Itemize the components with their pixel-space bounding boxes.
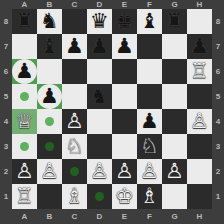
square-e4[interactable] xyxy=(112,109,137,134)
chess-board: ♜♞♛♚♝♜♝♟♟♟♟♟♖♟♞♕♙♟♙♘♘♙♙♙♙♙♙♖♗♔♗ xyxy=(12,9,212,209)
file-label-b: B xyxy=(37,209,62,224)
rank-label-3: 3 xyxy=(212,134,224,159)
rank-label-4: 4 xyxy=(0,109,12,134)
piece-black-pawn[interactable]: ♟ xyxy=(137,109,162,134)
square-a5[interactable] xyxy=(12,84,37,109)
piece-white-pawn[interactable]: ♙ xyxy=(112,159,137,184)
piece-black-pawn[interactable]: ♟ xyxy=(37,84,62,109)
square-d4[interactable] xyxy=(87,109,112,134)
square-d2[interactable]: ♙ xyxy=(87,159,112,184)
square-f5[interactable] xyxy=(137,84,162,109)
rank-labels-left: 87654321 xyxy=(0,9,12,209)
piece-black-knight[interactable]: ♞ xyxy=(37,9,62,34)
rank-label-1: 1 xyxy=(0,184,12,209)
piece-black-pawn[interactable]: ♟ xyxy=(62,34,87,59)
square-g4[interactable] xyxy=(162,109,187,134)
rank-label-8: 8 xyxy=(212,9,224,34)
square-b1[interactable] xyxy=(37,184,62,209)
square-g3[interactable] xyxy=(162,134,187,159)
legal-move-dot xyxy=(20,92,29,101)
square-d5[interactable]: ♞ xyxy=(87,84,112,109)
square-e8[interactable]: ♚ xyxy=(112,9,137,34)
square-b5[interactable]: ♟ xyxy=(37,84,62,109)
square-f8[interactable]: ♝ xyxy=(137,9,162,34)
square-c6[interactable] xyxy=(62,59,87,84)
file-label-a: A xyxy=(12,209,37,224)
square-b4[interactable] xyxy=(37,109,62,134)
legal-move-dot xyxy=(45,142,54,151)
square-e2[interactable]: ♙ xyxy=(112,159,137,184)
file-labels-bottom: ABCDEFGH xyxy=(12,209,212,224)
piece-white-pawn[interactable]: ♙ xyxy=(137,159,162,184)
square-h2[interactable] xyxy=(187,159,212,184)
piece-white-queen[interactable]: ♕ xyxy=(12,109,37,134)
piece-white-bishop[interactable]: ♗ xyxy=(137,184,162,209)
piece-white-pawn[interactable]: ♙ xyxy=(37,159,62,184)
square-a7[interactable] xyxy=(12,34,37,59)
square-a6[interactable]: ♟ xyxy=(12,59,37,84)
piece-white-bishop[interactable]: ♗ xyxy=(62,184,87,209)
square-h8[interactable] xyxy=(187,9,212,34)
piece-black-pawn[interactable]: ♟ xyxy=(112,34,137,59)
square-f1[interactable]: ♗ xyxy=(137,184,162,209)
square-f4[interactable]: ♟ xyxy=(137,109,162,134)
piece-black-knight[interactable]: ♞ xyxy=(87,84,112,109)
square-e1[interactable]: ♔ xyxy=(112,184,137,209)
square-g1[interactable] xyxy=(162,184,187,209)
square-f7[interactable] xyxy=(137,34,162,59)
square-d1[interactable] xyxy=(87,184,112,209)
piece-white-knight[interactable]: ♘ xyxy=(62,134,87,159)
square-c4[interactable]: ♙ xyxy=(62,109,87,134)
file-label-c: C xyxy=(62,0,87,9)
file-label-g: G xyxy=(162,0,187,9)
square-h3[interactable] xyxy=(187,134,212,159)
piece-white-knight[interactable]: ♘ xyxy=(137,134,162,159)
piece-white-pawn[interactable]: ♙ xyxy=(162,159,187,184)
square-d7[interactable]: ♟ xyxy=(87,34,112,59)
square-e3[interactable] xyxy=(112,134,137,159)
piece-black-pawn[interactable]: ♟ xyxy=(187,34,212,59)
rank-label-2: 2 xyxy=(212,159,224,184)
square-f3[interactable]: ♘ xyxy=(137,134,162,159)
square-a1[interactable]: ♖ xyxy=(12,184,37,209)
square-c1[interactable]: ♗ xyxy=(62,184,87,209)
file-labels-top: ABCDEFGH xyxy=(12,0,212,9)
square-g6[interactable] xyxy=(162,59,187,84)
square-c3[interactable]: ♘ xyxy=(62,134,87,159)
square-h6[interactable]: ♖ xyxy=(187,59,212,84)
square-g7[interactable] xyxy=(162,34,187,59)
legal-move-dot xyxy=(70,167,79,176)
rank-label-2: 2 xyxy=(0,159,12,184)
file-label-d: D xyxy=(87,209,112,224)
rank-labels-right: 87654321 xyxy=(212,9,224,209)
file-label-h: H xyxy=(187,0,212,9)
square-c7[interactable]: ♟ xyxy=(62,34,87,59)
square-g8[interactable]: ♜ xyxy=(162,9,187,34)
square-a2[interactable]: ♙ xyxy=(12,159,37,184)
square-g2[interactable]: ♙ xyxy=(162,159,187,184)
square-b8[interactable]: ♞ xyxy=(37,9,62,34)
square-b6[interactable] xyxy=(37,59,62,84)
rank-label-6: 6 xyxy=(0,59,12,84)
square-g5[interactable] xyxy=(162,84,187,109)
rank-label-7: 7 xyxy=(0,34,12,59)
piece-white-pawn[interactable]: ♙ xyxy=(62,109,87,134)
piece-white-rook[interactable]: ♖ xyxy=(187,59,212,84)
square-d8[interactable]: ♛ xyxy=(87,9,112,34)
piece-white-rook[interactable]: ♖ xyxy=(12,184,37,209)
rank-label-5: 5 xyxy=(0,84,12,109)
square-f6[interactable] xyxy=(137,59,162,84)
square-b3[interactable] xyxy=(37,134,62,159)
square-c8[interactable] xyxy=(62,9,87,34)
square-a3[interactable] xyxy=(12,134,37,159)
file-label-d: D xyxy=(87,0,112,9)
file-label-a: A xyxy=(12,0,37,9)
piece-black-pawn[interactable]: ♟ xyxy=(12,59,37,84)
square-d6[interactable] xyxy=(87,59,112,84)
piece-black-rook[interactable]: ♜ xyxy=(162,9,187,34)
file-label-g: G xyxy=(162,209,187,224)
square-c5[interactable] xyxy=(62,84,87,109)
square-a8[interactable]: ♜ xyxy=(12,9,37,34)
piece-black-pawn[interactable]: ♟ xyxy=(87,34,112,59)
file-label-b: B xyxy=(37,0,62,9)
square-h7[interactable]: ♟ xyxy=(187,34,212,59)
square-d3[interactable] xyxy=(87,134,112,159)
piece-black-king[interactable]: ♚ xyxy=(112,9,137,34)
square-a4[interactable]: ♕ xyxy=(12,109,37,134)
piece-black-rook[interactable]: ♜ xyxy=(12,9,37,34)
square-e7[interactable]: ♟ xyxy=(112,34,137,59)
file-label-c: C xyxy=(62,209,87,224)
legal-move-dot xyxy=(95,192,104,201)
file-label-f: F xyxy=(137,209,162,224)
piece-black-queen[interactable]: ♛ xyxy=(87,9,112,34)
legal-move-dot xyxy=(20,142,29,151)
piece-black-bishop[interactable]: ♝ xyxy=(137,9,162,34)
file-label-e: E xyxy=(112,209,137,224)
rank-label-6: 6 xyxy=(212,59,224,84)
piece-white-pawn[interactable]: ♙ xyxy=(87,159,112,184)
square-h1[interactable] xyxy=(187,184,212,209)
square-b2[interactable]: ♙ xyxy=(37,159,62,184)
rank-label-4: 4 xyxy=(212,109,224,134)
square-e6[interactable] xyxy=(112,59,137,84)
file-label-f: F xyxy=(137,0,162,9)
legal-move-dot xyxy=(45,117,54,126)
rank-label-7: 7 xyxy=(212,34,224,59)
rank-label-3: 3 xyxy=(0,134,12,159)
square-c2[interactable] xyxy=(62,159,87,184)
rank-label-8: 8 xyxy=(0,9,12,34)
square-h5[interactable] xyxy=(187,84,212,109)
piece-white-pawn[interactable]: ♙ xyxy=(187,109,212,134)
square-h4[interactable]: ♙ xyxy=(187,109,212,134)
chess-board-app: ABCDEFGH 87654321 ♜♞♛♚♝♜♝♟♟♟♟♟♖♟♞♕♙♟♙♘♘♙… xyxy=(0,0,224,224)
square-e5[interactable] xyxy=(112,84,137,109)
rank-label-1: 1 xyxy=(212,184,224,209)
square-f2[interactable]: ♙ xyxy=(137,159,162,184)
piece-black-bishop[interactable]: ♝ xyxy=(37,34,62,59)
piece-white-pawn[interactable]: ♙ xyxy=(12,159,37,184)
file-label-e: E xyxy=(112,0,137,9)
rank-label-5: 5 xyxy=(212,84,224,109)
square-b7[interactable]: ♝ xyxy=(37,34,62,59)
piece-white-king[interactable]: ♔ xyxy=(112,184,137,209)
file-label-h: H xyxy=(187,209,212,224)
